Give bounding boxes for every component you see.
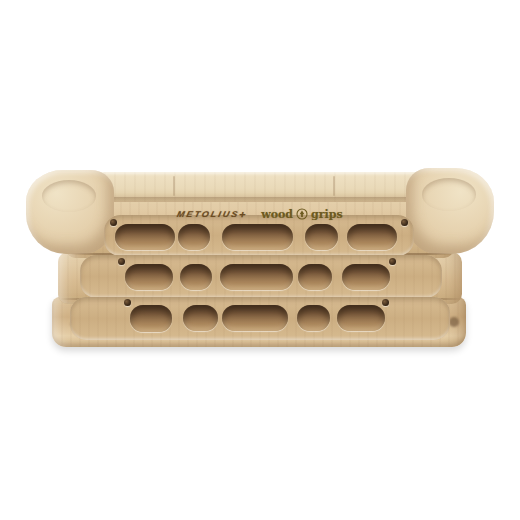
tree-logo-icon xyxy=(296,208,308,220)
screw-hole-bottom-2 xyxy=(382,299,389,306)
pocket-middle-2 xyxy=(180,264,212,290)
ice-axe-icon: + xyxy=(239,208,250,219)
pocket-top-4 xyxy=(305,224,338,250)
pocket-bottom-1 xyxy=(130,305,172,332)
pocket-top-1 xyxy=(115,224,175,250)
metolius-wordmark: METOLIUS xyxy=(176,209,240,218)
pocket-middle-3 xyxy=(220,264,293,290)
product-photo: METOLIUS + wood grips xyxy=(0,0,520,520)
pocket-bottom-4 xyxy=(297,305,330,331)
screw-hole-middle-1 xyxy=(118,258,125,265)
pocket-middle-4 xyxy=(298,264,332,290)
grips-word: grips xyxy=(311,208,343,221)
wood-grips-logo: wood grips xyxy=(261,208,342,221)
pocket-bottom-5 xyxy=(337,305,385,331)
pocket-middle-1 xyxy=(125,264,173,290)
pocket-top-2 xyxy=(178,224,210,250)
pocket-top-3 xyxy=(222,224,293,250)
screw-hole-top-1 xyxy=(110,219,117,226)
metolius-logo: METOLIUS + xyxy=(176,208,249,219)
pocket-top-5 xyxy=(347,224,397,250)
branding-row: METOLIUS + wood grips xyxy=(150,205,370,223)
screw-hole-middle-2 xyxy=(389,258,396,265)
pocket-bottom-2 xyxy=(183,305,218,331)
pocket-middle-5 xyxy=(342,264,390,290)
screw-hole-top-2 xyxy=(401,219,408,226)
screw-hole-bottom-1 xyxy=(124,299,131,306)
holds-layer xyxy=(0,0,520,520)
wood-word: wood xyxy=(261,208,293,221)
pocket-bottom-3 xyxy=(222,305,288,331)
